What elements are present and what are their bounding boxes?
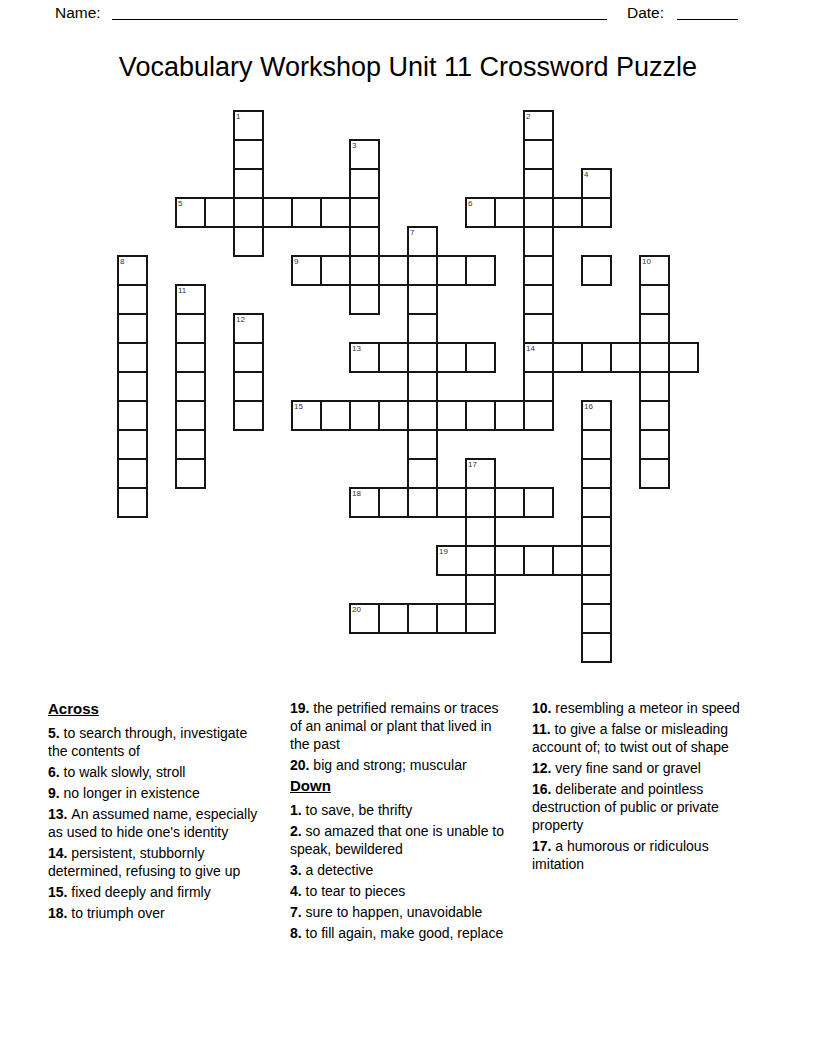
clue-number-18a: 18. [48,905,71,921]
grid-cell-r9c4[interactable] [233,371,264,402]
clue-6a: 6. to walk slowly, stroll [48,763,270,781]
grid-cell-r7c2[interactable] [175,313,206,344]
grid-cell-r5c7[interactable] [320,255,351,286]
grid-cell-r8c12[interactable] [465,342,496,373]
grid-cell-r10c12[interactable] [465,400,496,431]
grid-cell-r6c18[interactable] [639,284,670,315]
clues-section: Across5. to search through, investigate … [48,699,754,945]
grid-cell-r13c14[interactable] [523,487,554,518]
grid-cell-r5c14[interactable] [523,255,554,286]
grid-cell-r10c14[interactable] [523,400,554,431]
clue-8d: 8. to fill again, make good, replace [290,924,512,942]
clue-5a: 5. to search through, investigate the co… [48,724,270,760]
grid-cell-r7c0[interactable] [117,313,148,344]
cell-number-5: 5 [178,199,182,208]
grid-cell-r11c10[interactable] [407,429,438,460]
grid-cell-r1c4[interactable] [233,139,264,170]
grid-cell-r0c4[interactable]: 1 [233,110,264,141]
clue-11d: 11. to give a false or misleading accoun… [532,720,754,756]
grid-cell-r10c13[interactable] [494,400,525,431]
grid-cell-r3c13[interactable] [494,197,525,228]
grid-cell-r6c14[interactable] [523,284,554,315]
crossword-grid: 1234567891011121314151617181920 [118,111,698,662]
clue-10d: 10. resembling a meteor in speed [532,699,754,717]
grid-cell-r8c18[interactable] [639,342,670,373]
grid-cell-r13c0[interactable] [117,487,148,518]
grid-cell-r5c11[interactable] [436,255,467,286]
clue-number-2d: 2. [290,823,306,839]
grid-cell-r5c18[interactable]: 10 [639,255,670,286]
grid-cell-r8c11[interactable] [436,342,467,373]
clues-heading-across: Across [48,700,270,717]
grid-cell-r10c10[interactable] [407,400,438,431]
cell-number-11: 11 [178,286,186,295]
cell-number-10: 10 [642,257,651,266]
grid-cell-r11c0[interactable] [117,429,148,460]
grid-cell-r5c10[interactable] [407,255,438,286]
clue-column-1: Across5. to search through, investigate … [48,699,270,945]
grid-cell-r6c10[interactable] [407,284,438,315]
grid-cell-r3c5[interactable] [262,197,293,228]
grid-cell-r13c13[interactable] [494,487,525,518]
grid-cell-r8c15[interactable] [552,342,583,373]
grid-cell-r10c2[interactable] [175,400,206,431]
grid-cell-r2c8[interactable] [349,168,380,199]
grid-cell-r4c4[interactable] [233,226,264,257]
grid-cell-r10c9[interactable] [378,400,409,431]
grid-cell-r5c8[interactable] [349,255,380,286]
grid-cell-r15c13[interactable] [494,545,525,576]
grid-cell-r7c14[interactable] [523,313,554,344]
cell-number-16: 16 [584,402,593,411]
grid-cell-r4c8[interactable] [349,226,380,257]
grid-cell-r10c0[interactable] [117,400,148,431]
clue-column-3: 10. resembling a meteor in speed11. to g… [532,699,754,945]
grid-cell-r13c11[interactable] [436,487,467,518]
clue-column-2: 19. the petrified remains or traces of a… [290,699,512,945]
grid-cell-r3c12[interactable]: 6 [465,197,496,228]
grid-cell-r8c19[interactable] [668,342,699,373]
grid-cell-r3c14[interactable] [523,197,554,228]
grid-cell-r5c9[interactable] [378,255,409,286]
grid-cell-r11c18[interactable] [639,429,670,460]
grid-cell-r17c16[interactable] [581,603,612,634]
grid-cell-r4c14[interactable] [523,226,554,257]
grid-cell-r3c8[interactable] [349,197,380,228]
grid-cell-r6c8[interactable] [349,284,380,315]
grid-cell-r12c16[interactable] [581,458,612,489]
grid-cell-r17c11[interactable] [436,603,467,634]
clue-number-6a: 6. [48,764,64,780]
grid-cell-r17c10[interactable] [407,603,438,634]
clue-4d: 4. to tear to pieces [290,882,512,900]
grid-cell-r2c4[interactable] [233,168,264,199]
grid-cell-r8c0[interactable] [117,342,148,373]
grid-cell-r17c8[interactable]: 20 [349,603,380,634]
grid-cell-r0c14[interactable]: 2 [523,110,554,141]
grid-cell-r15c12[interactable] [465,545,496,576]
grid-cell-r9c18[interactable] [639,371,670,402]
grid-cell-r5c0[interactable]: 8 [117,255,148,286]
grid-cell-r16c16[interactable] [581,574,612,605]
grid-cell-r7c18[interactable] [639,313,670,344]
clue-number-8d: 8. [290,925,306,941]
grid-cell-r1c8[interactable]: 3 [349,139,380,170]
grid-cell-r15c14[interactable] [523,545,554,576]
grid-cell-r17c12[interactable] [465,603,496,634]
grid-cell-r5c16[interactable] [581,255,612,286]
grid-cell-r12c18[interactable] [639,458,670,489]
clue-1d: 1. to save, be thrifty [290,801,512,819]
grid-cell-r9c2[interactable] [175,371,206,402]
grid-cell-r3c16[interactable] [581,197,612,228]
clue-number-3d: 3. [290,862,306,878]
clue-number-12d: 12. [532,760,555,776]
grid-cell-r8c17[interactable] [610,342,641,373]
cell-number-20: 20 [352,605,361,614]
grid-cell-r6c0[interactable] [117,284,148,315]
grid-cell-r3c4[interactable] [233,197,264,228]
grid-cell-r15c11[interactable]: 19 [436,545,467,576]
clue-2d: 2. so amazed that one is unable to speak… [290,822,512,858]
clue-number-11d: 11. [532,721,555,737]
cell-number-8: 8 [120,257,124,266]
clue-number-13a: 13. [48,806,71,822]
grid-cell-r13c12[interactable] [465,487,496,518]
grid-cell-r4c10[interactable]: 7 [407,226,438,257]
clue-9a: 9. no longer in existence [48,784,270,802]
cell-number-17: 17 [468,460,477,469]
grid-cell-r15c16[interactable] [581,545,612,576]
grid-cell-r3c3[interactable] [204,197,235,228]
clue-number-14a: 14. [48,845,71,861]
grid-cell-r11c16[interactable] [581,429,612,460]
clue-20a: 20. big and strong; muscular [290,756,512,774]
grid-cell-r3c7[interactable] [320,197,351,228]
clues-heading-down: Down [290,777,512,794]
grid-cell-r10c7[interactable] [320,400,351,431]
cell-number-4: 4 [584,170,588,179]
cell-number-6: 6 [468,199,472,208]
date-label: Date: [627,4,664,22]
clue-19a: 19. the petrified remains or traces of a… [290,699,512,753]
clue-number-19a: 19. [290,700,313,716]
grid-cell-r10c8[interactable] [349,400,380,431]
clue-number-10d: 10. [532,700,555,716]
grid-cell-r10c11[interactable] [436,400,467,431]
grid-cell-r3c2[interactable]: 5 [175,197,206,228]
grid-cell-r9c10[interactable] [407,371,438,402]
cell-number-12: 12 [236,315,245,324]
grid-cell-r13c9[interactable] [378,487,409,518]
clue-number-17d: 17. [532,838,555,854]
clue-number-9a: 9. [48,785,64,801]
cell-number-7: 7 [410,228,414,237]
grid-cell-r11c2[interactable] [175,429,206,460]
clue-number-4d: 4. [290,883,306,899]
clue-number-7d: 7. [290,904,306,920]
grid-cell-r14c16[interactable] [581,516,612,547]
clue-number-20a: 20. [290,757,313,773]
grid-cell-r17c9[interactable] [378,603,409,634]
grid-cell-r2c16[interactable]: 4 [581,168,612,199]
grid-cell-r7c4[interactable]: 12 [233,313,264,344]
clue-14a: 14. persistent, stubbornly determined, r… [48,844,270,880]
cell-number-18: 18 [352,489,361,498]
grid-cell-r12c0[interactable] [117,458,148,489]
clue-15a: 15. fixed deeply and firmly [48,883,270,901]
grid-cell-r13c16[interactable] [581,487,612,518]
grid-cell-r9c0[interactable] [117,371,148,402]
grid-cell-r7c10[interactable] [407,313,438,344]
name-input-line[interactable] [112,19,607,20]
grid-cell-r18c16[interactable] [581,632,612,663]
clue-7d: 7. sure to happen, unavoidable [290,903,512,921]
grid-cell-r10c16[interactable]: 16 [581,400,612,431]
grid-cell-r2c14[interactable] [523,168,554,199]
grid-cell-r13c10[interactable] [407,487,438,518]
grid-cell-r8c14[interactable]: 14 [523,342,554,373]
clue-16d: 16. deliberate and pointless destruction… [532,780,754,834]
crossword-worksheet: { "game": "crossword", "header": { "name… [0,0,816,1056]
grid-cell-r8c8[interactable]: 13 [349,342,380,373]
date-input-line[interactable] [677,19,738,20]
grid-cell-r12c12[interactable]: 17 [465,458,496,489]
cell-number-15: 15 [294,402,303,411]
clue-number-1d: 1. [290,802,306,818]
clue-18a: 18. to triumph over [48,904,270,922]
grid-cell-r10c4[interactable] [233,400,264,431]
grid-cell-r10c6[interactable]: 15 [291,400,322,431]
grid-cell-r8c4[interactable] [233,342,264,373]
grid-cell-r8c2[interactable] [175,342,206,373]
grid-cell-r14c12[interactable] [465,516,496,547]
grid-cell-r9c14[interactable] [523,371,554,402]
grid-cell-r5c6[interactable]: 9 [291,255,322,286]
grid-cell-r8c9[interactable] [378,342,409,373]
grid-cell-r3c15[interactable] [552,197,583,228]
clue-3d: 3. a detective [290,861,512,879]
clue-13a: 13. An assumed name, especially as used … [48,805,270,841]
page-title: Vocabulary Workshop Unit 11 Crossword Pu… [0,52,816,83]
cell-number-1: 1 [236,112,240,121]
grid-cell-r12c2[interactable] [175,458,206,489]
cell-number-19: 19 [439,547,448,556]
clue-number-15a: 15. [48,884,71,900]
grid-cell-r5c12[interactable] [465,255,496,286]
cell-number-2: 2 [526,112,530,121]
cell-number-9: 9 [294,257,298,266]
clue-12d: 12. very fine sand or gravel [532,759,754,777]
clue-number-16d: 16. [532,781,555,797]
grid-cell-r1c14[interactable] [523,139,554,170]
grid-cell-r13c8[interactable]: 18 [349,487,380,518]
grid-cell-r12c10[interactable] [407,458,438,489]
name-label: Name: [55,4,101,22]
cell-number-14: 14 [526,344,535,353]
grid-cell-r8c10[interactable] [407,342,438,373]
grid-cell-r6c2[interactable]: 11 [175,284,206,315]
grid-cell-r15c15[interactable] [552,545,583,576]
cell-number-13: 13 [352,344,361,353]
clue-number-5a: 5. [48,725,64,741]
grid-cell-r16c12[interactable] [465,574,496,605]
grid-cell-r3c6[interactable] [291,197,322,228]
grid-cell-r8c16[interactable] [581,342,612,373]
grid-cell-r10c18[interactable] [639,400,670,431]
cell-number-3: 3 [352,141,356,150]
clue-17d: 17. a humorous or ridiculous imitation [532,837,754,873]
